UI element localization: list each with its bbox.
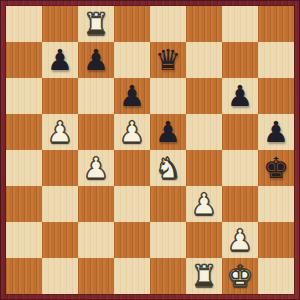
piece-white-knight[interactable]: ♞ [155,150,181,186]
square-d1[interactable] [114,258,150,294]
board-frame: ♜♟♟♛♟♟♟♟♟♟♟♞♚♟♟♜♚ [0,0,300,300]
square-f5[interactable] [186,114,222,150]
square-e4[interactable]: ♞ [150,150,186,186]
square-f6[interactable] [186,78,222,114]
square-f8[interactable] [186,6,222,42]
square-g1[interactable]: ♚ [222,258,258,294]
piece-black-king[interactable]: ♚ [263,150,289,186]
square-c2[interactable] [78,222,114,258]
square-b8[interactable] [42,6,78,42]
piece-black-pawn[interactable]: ♟ [119,78,145,114]
square-d5[interactable]: ♟ [114,114,150,150]
square-d2[interactable] [114,222,150,258]
square-h8[interactable] [258,6,294,42]
square-e3[interactable] [150,186,186,222]
square-e6[interactable] [150,78,186,114]
square-a7[interactable] [6,42,42,78]
square-c4[interactable]: ♟ [78,150,114,186]
square-g5[interactable] [222,114,258,150]
square-h5[interactable]: ♟ [258,114,294,150]
square-a2[interactable] [6,222,42,258]
square-g8[interactable] [222,6,258,42]
piece-white-pawn[interactable]: ♟ [119,114,145,150]
square-h4[interactable]: ♚ [258,150,294,186]
square-h7[interactable] [258,42,294,78]
square-g7[interactable] [222,42,258,78]
piece-white-rook[interactable]: ♜ [191,258,217,294]
piece-white-king[interactable]: ♚ [227,258,253,294]
square-g6[interactable]: ♟ [222,78,258,114]
piece-black-pawn[interactable]: ♟ [83,42,109,78]
square-g4[interactable] [222,150,258,186]
square-a3[interactable] [6,186,42,222]
square-e2[interactable] [150,222,186,258]
piece-white-pawn[interactable]: ♟ [83,150,109,186]
square-e7[interactable]: ♛ [150,42,186,78]
square-c8[interactable]: ♜ [78,6,114,42]
square-b3[interactable] [42,186,78,222]
square-a4[interactable] [6,150,42,186]
square-b4[interactable] [42,150,78,186]
square-b5[interactable]: ♟ [42,114,78,150]
piece-black-pawn[interactable]: ♟ [155,114,181,150]
square-f1[interactable]: ♜ [186,258,222,294]
square-c1[interactable] [78,258,114,294]
piece-white-rook[interactable]: ♜ [83,6,109,42]
square-c3[interactable] [78,186,114,222]
square-b2[interactable] [42,222,78,258]
square-b7[interactable]: ♟ [42,42,78,78]
square-a5[interactable] [6,114,42,150]
square-f2[interactable] [186,222,222,258]
square-e5[interactable]: ♟ [150,114,186,150]
square-e8[interactable] [150,6,186,42]
square-h2[interactable] [258,222,294,258]
square-a1[interactable] [6,258,42,294]
square-a8[interactable] [6,6,42,42]
square-c5[interactable] [78,114,114,150]
square-f7[interactable] [186,42,222,78]
square-d3[interactable] [114,186,150,222]
square-d4[interactable] [114,150,150,186]
piece-black-pawn[interactable]: ♟ [47,42,73,78]
square-c6[interactable] [78,78,114,114]
square-f3[interactable]: ♟ [186,186,222,222]
square-d8[interactable] [114,6,150,42]
square-f4[interactable] [186,150,222,186]
piece-white-pawn[interactable]: ♟ [191,186,217,222]
square-a6[interactable] [6,78,42,114]
square-d7[interactable] [114,42,150,78]
piece-white-pawn[interactable]: ♟ [47,114,73,150]
piece-white-pawn[interactable]: ♟ [227,222,253,258]
square-h6[interactable] [258,78,294,114]
square-d6[interactable]: ♟ [114,78,150,114]
square-g3[interactable] [222,186,258,222]
chess-board: ♜♟♟♛♟♟♟♟♟♟♟♞♚♟♟♜♚ [6,6,294,294]
square-b1[interactable] [42,258,78,294]
square-c7[interactable]: ♟ [78,42,114,78]
square-h1[interactable] [258,258,294,294]
piece-black-pawn[interactable]: ♟ [227,78,253,114]
piece-black-queen[interactable]: ♛ [155,42,181,78]
square-b6[interactable] [42,78,78,114]
square-h3[interactable] [258,186,294,222]
square-e1[interactable] [150,258,186,294]
square-g2[interactable]: ♟ [222,222,258,258]
piece-black-pawn[interactable]: ♟ [263,114,289,150]
